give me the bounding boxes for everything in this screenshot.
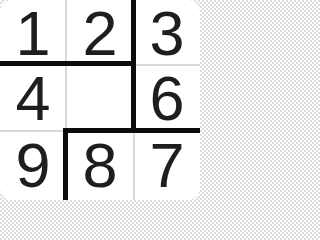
cell-grid: 1 2 3 4 6 9 8 7 [0, 0, 200, 200]
cell-r1c1[interactable]: 1 [0, 0, 66, 66]
cell-r1c2[interactable]: 2 [66, 0, 134, 66]
cell-r2c3[interactable]: 6 [134, 66, 200, 131]
cell-r2c2[interactable] [66, 66, 134, 131]
cell-r2c1[interactable]: 4 [0, 66, 66, 131]
sudoku-board: 1 2 3 4 6 9 8 7 [0, 0, 200, 200]
cell-r3c3[interactable]: 7 [134, 131, 200, 200]
cell-r3c1[interactable]: 9 [0, 131, 66, 200]
cell-r3c2[interactable]: 8 [66, 131, 134, 200]
cell-r1c3[interactable]: 3 [134, 0, 200, 66]
